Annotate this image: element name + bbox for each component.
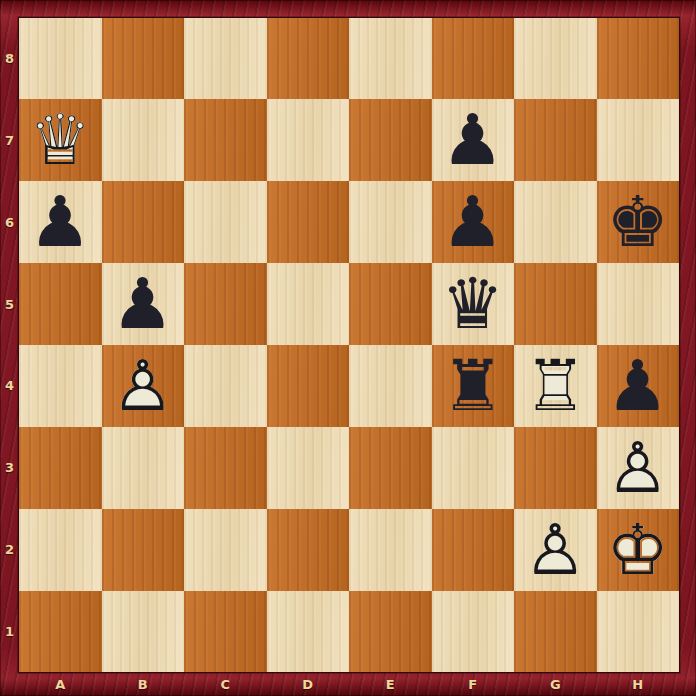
white-pawn-piece: ♟♙	[514, 509, 597, 591]
white-pawn-piece: ♟♙	[597, 427, 680, 509]
file-label-c: C	[184, 672, 267, 696]
square-e2[interactable]	[349, 509, 432, 591]
square-d2[interactable]	[267, 509, 350, 591]
square-e8[interactable]	[349, 18, 432, 99]
square-f4[interactable]: ♜	[432, 345, 515, 427]
square-f8[interactable]	[432, 18, 515, 99]
square-f5[interactable]: ♛	[432, 263, 515, 345]
square-h5[interactable]	[597, 263, 680, 345]
white-pawn-piece: ♟♙	[102, 345, 185, 427]
square-a3[interactable]	[19, 427, 102, 509]
rank-label-6: 6	[0, 182, 19, 264]
black-rook-piece: ♜	[432, 345, 515, 427]
square-b6[interactable]	[102, 181, 185, 263]
square-g7[interactable]	[514, 99, 597, 181]
square-e6[interactable]	[349, 181, 432, 263]
square-f6[interactable]: ♟	[432, 181, 515, 263]
square-e4[interactable]	[349, 345, 432, 427]
file-labels: ABCDEFGH	[19, 672, 679, 696]
white-rook-piece: ♜♖	[514, 345, 597, 427]
square-e5[interactable]	[349, 263, 432, 345]
square-c7[interactable]	[184, 99, 267, 181]
square-a8[interactable]	[19, 18, 102, 99]
square-b4[interactable]: ♟♙	[102, 345, 185, 427]
square-b8[interactable]	[102, 18, 185, 99]
file-label-a: A	[19, 672, 102, 696]
square-f1[interactable]	[432, 591, 515, 672]
square-c6[interactable]	[184, 181, 267, 263]
square-b2[interactable]	[102, 509, 185, 591]
square-c1[interactable]	[184, 591, 267, 672]
rank-label-2: 2	[0, 509, 19, 591]
square-f7[interactable]: ♟	[432, 99, 515, 181]
white-queen-piece: ♛♕	[19, 99, 102, 181]
square-h2[interactable]: ♚♔	[597, 509, 680, 591]
black-pawn-piece: ♟	[19, 181, 102, 263]
rank-labels: 87654321	[0, 18, 19, 672]
square-g5[interactable]	[514, 263, 597, 345]
square-g8[interactable]	[514, 18, 597, 99]
rank-label-5: 5	[0, 263, 19, 345]
square-d6[interactable]	[267, 181, 350, 263]
square-d1[interactable]	[267, 591, 350, 672]
square-g1[interactable]	[514, 591, 597, 672]
square-c2[interactable]	[184, 509, 267, 591]
black-king-piece: ♚	[597, 181, 680, 263]
square-c3[interactable]	[184, 427, 267, 509]
white-king-piece: ♚♔	[597, 509, 680, 591]
square-g3[interactable]	[514, 427, 597, 509]
square-b3[interactable]	[102, 427, 185, 509]
file-label-e: E	[349, 672, 432, 696]
square-b5[interactable]: ♟	[102, 263, 185, 345]
square-a4[interactable]	[19, 345, 102, 427]
square-a6[interactable]: ♟	[19, 181, 102, 263]
square-c5[interactable]	[184, 263, 267, 345]
square-c8[interactable]	[184, 18, 267, 99]
square-e7[interactable]	[349, 99, 432, 181]
square-h1[interactable]	[597, 591, 680, 672]
square-h4[interactable]: ♟	[597, 345, 680, 427]
square-g4[interactable]: ♜♖	[514, 345, 597, 427]
square-a7[interactable]: ♛♕	[19, 99, 102, 181]
chess-board-frame: 87654321 ♛♕♟♟♟♚♟♛♟♙♜♜♖♟♟♙♟♙♚♔ ABCDEFGH	[0, 0, 696, 696]
rank-label-8: 8	[0, 18, 19, 100]
file-label-d: D	[267, 672, 350, 696]
square-g6[interactable]	[514, 181, 597, 263]
square-a2[interactable]	[19, 509, 102, 591]
square-b1[interactable]	[102, 591, 185, 672]
square-c4[interactable]	[184, 345, 267, 427]
rank-label-7: 7	[0, 100, 19, 182]
square-e1[interactable]	[349, 591, 432, 672]
square-f2[interactable]	[432, 509, 515, 591]
square-d5[interactable]	[267, 263, 350, 345]
file-label-f: F	[432, 672, 515, 696]
square-d4[interactable]	[267, 345, 350, 427]
black-pawn-piece: ♟	[597, 345, 680, 427]
square-a5[interactable]	[19, 263, 102, 345]
file-label-h: H	[597, 672, 680, 696]
square-h7[interactable]	[597, 99, 680, 181]
black-pawn-piece: ♟	[432, 181, 515, 263]
square-g2[interactable]: ♟♙	[514, 509, 597, 591]
rank-label-4: 4	[0, 345, 19, 427]
black-queen-piece: ♛	[432, 263, 515, 345]
rank-label-1: 1	[0, 590, 19, 672]
square-f3[interactable]	[432, 427, 515, 509]
file-label-b: B	[102, 672, 185, 696]
square-d7[interactable]	[267, 99, 350, 181]
square-a1[interactable]	[19, 591, 102, 672]
square-h6[interactable]: ♚	[597, 181, 680, 263]
square-b7[interactable]	[102, 99, 185, 181]
black-pawn-piece: ♟	[102, 263, 185, 345]
square-d8[interactable]	[267, 18, 350, 99]
black-pawn-piece: ♟	[432, 99, 515, 181]
square-h8[interactable]	[597, 18, 680, 99]
square-h3[interactable]: ♟♙	[597, 427, 680, 509]
chess-board: ♛♕♟♟♟♚♟♛♟♙♜♜♖♟♟♙♟♙♚♔	[19, 18, 679, 672]
rank-label-3: 3	[0, 427, 19, 509]
square-e3[interactable]	[349, 427, 432, 509]
square-d3[interactable]	[267, 427, 350, 509]
file-label-g: G	[514, 672, 597, 696]
